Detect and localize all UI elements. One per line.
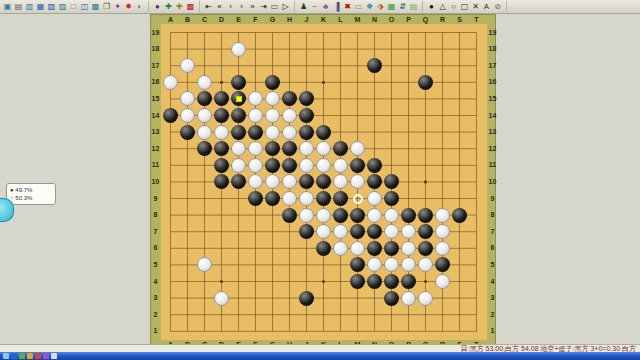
coordinate-label: S bbox=[454, 16, 466, 24]
status-bar: 目:黑方 53.00,白方 54.08 地空+提子:黑方 3+0=0.30 白方 bbox=[0, 344, 640, 352]
toolbar-icon[interactable]: ▩ bbox=[185, 1, 196, 12]
white-stone-F11 bbox=[248, 158, 263, 173]
assistant-bubble-icon[interactable] bbox=[0, 198, 14, 222]
toolbar-icon[interactable]: ✚ bbox=[163, 1, 174, 12]
toolbar-icon[interactable]: ⇥ bbox=[258, 1, 269, 12]
coordinate-label: 19 bbox=[488, 29, 497, 37]
black-stone-E16 bbox=[231, 75, 246, 90]
white-stone-L11 bbox=[333, 158, 348, 173]
white-stone-C13 bbox=[197, 125, 212, 140]
white-stone-O8 bbox=[384, 208, 399, 223]
toolbar-icon[interactable]: ▦ bbox=[386, 1, 397, 12]
coordinate-label: 1 bbox=[151, 327, 160, 335]
coordinate-label: 4 bbox=[488, 278, 497, 286]
coordinate-label: H bbox=[284, 16, 296, 24]
black-stone-Q8 bbox=[418, 208, 433, 223]
black-stone-G9 bbox=[265, 191, 280, 206]
coordinate-label: 1 bbox=[488, 327, 497, 335]
black-stone-F9 bbox=[248, 191, 263, 206]
black-stone-O6 bbox=[384, 241, 399, 256]
board-panel: AABBCCDDEEFFGGHHJJKKLLMMNNOOPPQQRRSSTT19… bbox=[150, 14, 496, 348]
toolbar-icon[interactable]: ❐ bbox=[101, 1, 112, 12]
coordinate-label: N bbox=[369, 16, 381, 24]
black-stone-L8 bbox=[333, 208, 348, 223]
taskbar-icon[interactable] bbox=[51, 353, 57, 359]
toolbar-icon[interactable]: − bbox=[309, 1, 320, 12]
coordinate-label: D bbox=[216, 16, 228, 24]
coordinate-label: 5 bbox=[151, 261, 160, 269]
black-stone-O9 bbox=[384, 191, 399, 206]
coordinate-label: 10 bbox=[488, 178, 497, 186]
toolbar-icon[interactable]: ▧ bbox=[46, 1, 57, 12]
coordinate-label: 18 bbox=[151, 45, 160, 53]
black-stone-Q6 bbox=[418, 241, 433, 256]
taskbar-icon[interactable] bbox=[35, 353, 41, 359]
taskbar-icon[interactable] bbox=[27, 353, 33, 359]
taskbar-icon[interactable] bbox=[19, 353, 25, 359]
toolbar-icon[interactable]: ▣ bbox=[2, 1, 13, 12]
coordinate-label: R bbox=[437, 16, 449, 24]
toolbar-icon[interactable]: ● bbox=[152, 1, 163, 12]
black-stone-E14 bbox=[231, 108, 246, 123]
toolbar-icon[interactable]: △ bbox=[437, 1, 448, 12]
toolbar-icon[interactable]: » bbox=[247, 1, 258, 12]
taskbar-icon[interactable] bbox=[11, 353, 17, 359]
coordinate-label: 6 bbox=[151, 244, 160, 252]
ghost-move-indicator bbox=[353, 194, 363, 204]
black-stone-H8 bbox=[282, 208, 297, 223]
black-stone-O4 bbox=[384, 274, 399, 289]
black-stone-J14 bbox=[299, 108, 314, 123]
toolbar-icon[interactable]: ▦ bbox=[35, 1, 46, 12]
coordinate-label: G bbox=[267, 16, 279, 24]
coordinate-label: 2 bbox=[488, 311, 497, 319]
coordinate-label: 14 bbox=[151, 112, 160, 120]
toolbar-icon[interactable]: ◫ bbox=[79, 1, 90, 12]
white-stone-H14 bbox=[282, 108, 297, 123]
toolbar-icon[interactable]: ✖ bbox=[342, 1, 353, 12]
coordinate-label: L bbox=[335, 16, 347, 24]
taskbar-icon[interactable] bbox=[43, 353, 49, 359]
coordinate-label: 14 bbox=[488, 112, 497, 120]
black-stone-E13 bbox=[231, 125, 246, 140]
black-stone-L9 bbox=[333, 191, 348, 206]
white-stone-H9 bbox=[282, 191, 297, 206]
black-stone-G11 bbox=[265, 158, 280, 173]
coordinate-label: 17 bbox=[488, 62, 497, 70]
toolbar-icon[interactable]: › bbox=[236, 1, 247, 12]
black-stone-J13 bbox=[299, 125, 314, 140]
toolbar-icon[interactable]: ✸ bbox=[123, 1, 134, 12]
toolbar-icon[interactable]: ▥ bbox=[24, 1, 35, 12]
black-stone-G16 bbox=[265, 75, 280, 90]
coordinate-label: 11 bbox=[151, 161, 160, 169]
coordinate-label: 6 bbox=[488, 244, 497, 252]
coordinate-label: 13 bbox=[151, 128, 160, 136]
white-stone-E11 bbox=[231, 158, 246, 173]
coordinate-label: B bbox=[182, 16, 194, 24]
toolbar-icon[interactable]: ▨ bbox=[57, 1, 68, 12]
coordinate-label: 8 bbox=[488, 211, 497, 219]
coordinate-label: T bbox=[471, 16, 483, 24]
toolbar-group: ●△○▢✕A⊘ bbox=[426, 1, 507, 12]
white-stone-R4 bbox=[435, 274, 450, 289]
coordinate-label: 16 bbox=[488, 78, 497, 86]
toolbar-group: ♟−♣▐✖▭❖⬗▦⇵▤ bbox=[298, 1, 423, 12]
black-stone-N6 bbox=[367, 241, 382, 256]
black-stone-S8 bbox=[452, 208, 467, 223]
white-stone-A16 bbox=[163, 75, 178, 90]
white-stone-N8 bbox=[367, 208, 382, 223]
white-stone-B14 bbox=[180, 108, 195, 123]
toolbar-icon[interactable]: ◗ bbox=[134, 1, 145, 12]
toolbar-icon[interactable]: ▤ bbox=[408, 1, 419, 12]
toolbar-group: ▣▤▥▦▧▨□◫▩❐✦✸◗ bbox=[2, 1, 149, 12]
toolbar-icon[interactable]: ▷ bbox=[280, 1, 291, 12]
coordinate-label: 15 bbox=[151, 95, 160, 103]
toolbar-icon[interactable]: ▭ bbox=[269, 1, 280, 12]
toolbar-icon[interactable]: ▢ bbox=[459, 1, 470, 12]
taskbar bbox=[0, 352, 640, 360]
coordinate-label: 15 bbox=[488, 95, 497, 103]
black-stone-N4 bbox=[367, 274, 382, 289]
white-stone-R6 bbox=[435, 241, 450, 256]
toolbar-icon[interactable]: ✕ bbox=[470, 1, 481, 12]
coordinate-label: 2 bbox=[151, 311, 160, 319]
coordinate-label: 9 bbox=[151, 195, 160, 203]
black-stone-H11 bbox=[282, 158, 297, 173]
white-stone-E18 bbox=[231, 42, 246, 57]
white-stone-G14 bbox=[265, 108, 280, 123]
coordinate-label: 12 bbox=[151, 145, 160, 153]
white-stone-D3 bbox=[214, 291, 229, 306]
coordinate-label: Q bbox=[420, 16, 432, 24]
white-stone-J8 bbox=[299, 208, 314, 223]
black-stone-P4 bbox=[401, 274, 416, 289]
white-stone-J9 bbox=[299, 191, 314, 206]
coordinate-label: C bbox=[199, 16, 211, 24]
toolbar-icon[interactable]: ⇤ bbox=[203, 1, 214, 12]
territory-status-text: 目:黑方 53.00,白方 54.08 地空+提子:黑方 3+0=0.30 白方 bbox=[461, 345, 636, 352]
toolbar-group: ●✚✚▩ bbox=[152, 1, 200, 12]
coordinate-label: K bbox=[318, 16, 330, 24]
coordinate-label: 7 bbox=[488, 228, 497, 236]
coordinate-label: 8 bbox=[151, 211, 160, 219]
coordinate-label: 3 bbox=[151, 294, 160, 302]
taskbar-icon[interactable] bbox=[3, 353, 9, 359]
black-stone-N11 bbox=[367, 158, 382, 173]
last-move-marker bbox=[236, 96, 242, 102]
white-stone-C14 bbox=[197, 108, 212, 123]
toolbar-icon[interactable]: ○ bbox=[448, 1, 459, 12]
white-stone-L6 bbox=[333, 241, 348, 256]
coordinate-label: A bbox=[165, 16, 177, 24]
toolbar-icon[interactable]: « bbox=[214, 1, 225, 12]
toolbar-icon[interactable]: ⇵ bbox=[397, 1, 408, 12]
black-stone-K9 bbox=[316, 191, 331, 206]
black-stone-J3 bbox=[299, 291, 314, 306]
black-stone-P8 bbox=[401, 208, 416, 223]
black-stone-K13 bbox=[316, 125, 331, 140]
coordinate-label: 12 bbox=[488, 145, 497, 153]
coordinate-label: 17 bbox=[151, 62, 160, 70]
winrate-popup: ● 49.7% ○ 50.3% bbox=[6, 183, 56, 205]
winrate-black: ● 49.7% bbox=[10, 186, 52, 194]
top-toolbar: ▣▤▥▦▧▨□◫▩❐✦✸◗●✚✚▩⇤«‹›»⇥▭▷♟−♣▐✖▭❖⬗▦⇵▤●△○▢… bbox=[0, 0, 640, 14]
white-stone-J11 bbox=[299, 158, 314, 173]
coordinate-label: E bbox=[233, 16, 245, 24]
white-stone-P3 bbox=[401, 291, 416, 306]
black-stone-F13 bbox=[248, 125, 263, 140]
coordinate-label: 11 bbox=[488, 161, 497, 169]
coordinate-label: 3 bbox=[488, 294, 497, 302]
coordinate-label: J bbox=[301, 16, 313, 24]
coordinate-label: F bbox=[250, 16, 262, 24]
toolbar-group: ⇤«‹›»⇥▭▷ bbox=[203, 1, 295, 12]
black-stone-D11 bbox=[214, 158, 229, 173]
black-stone-B13 bbox=[180, 125, 195, 140]
coordinate-label: 9 bbox=[488, 195, 497, 203]
toolbar-icon[interactable]: ‹ bbox=[225, 1, 236, 12]
toolbar-icon[interactable]: ▤ bbox=[13, 1, 24, 12]
toolbar-icon[interactable]: ▐ bbox=[331, 1, 342, 12]
white-stone-G13 bbox=[265, 125, 280, 140]
coordinate-label: P bbox=[403, 16, 415, 24]
white-stone-H13 bbox=[282, 125, 297, 140]
coordinate-label: O bbox=[386, 16, 398, 24]
coordinate-label: 19 bbox=[151, 29, 160, 37]
white-stone-Q3 bbox=[418, 291, 433, 306]
coordinate-label: 7 bbox=[151, 228, 160, 236]
white-stone-R8 bbox=[435, 208, 450, 223]
black-stone-K6 bbox=[316, 241, 331, 256]
toolbar-icon[interactable]: ● bbox=[426, 1, 437, 12]
coordinate-label: 10 bbox=[151, 178, 160, 186]
coordinate-label: 4 bbox=[151, 278, 160, 286]
toolbar-icon[interactable]: □ bbox=[68, 1, 79, 12]
winrate-white: ○ 50.3% bbox=[10, 194, 52, 202]
black-stone-M4 bbox=[350, 274, 365, 289]
black-stone-M11 bbox=[350, 158, 365, 173]
black-stone-A14 bbox=[163, 108, 178, 123]
toolbar-icon[interactable]: ✦ bbox=[112, 1, 123, 12]
white-stone-F14 bbox=[248, 108, 263, 123]
black-stone-Q16 bbox=[418, 75, 433, 90]
white-stone-K11 bbox=[316, 158, 331, 173]
toolbar-icon[interactable]: ♟ bbox=[298, 1, 309, 12]
white-stone-C16 bbox=[197, 75, 212, 90]
app-window: ▣▤▥▦▧▨□◫▩❐✦✸◗●✚✚▩⇤«‹›»⇥▭▷♟−♣▐✖▭❖⬗▦⇵▤●△○▢… bbox=[0, 0, 640, 360]
coordinate-label: M bbox=[352, 16, 364, 24]
toolbar-icon[interactable]: ▭ bbox=[353, 1, 364, 12]
toolbar-icon[interactable]: ✚ bbox=[174, 1, 185, 12]
coordinate-label: 5 bbox=[488, 261, 497, 269]
toolbar-icon[interactable]: ▩ bbox=[90, 1, 101, 12]
black-stone-O3 bbox=[384, 291, 399, 306]
white-stone-D13 bbox=[214, 125, 229, 140]
coordinate-label: 18 bbox=[488, 45, 497, 53]
white-stone-P6 bbox=[401, 241, 416, 256]
black-stone-M8 bbox=[350, 208, 365, 223]
toolbar-icon[interactable]: ♣ bbox=[320, 1, 331, 12]
coordinate-label: 16 bbox=[151, 78, 160, 86]
white-stone-K8 bbox=[316, 208, 331, 223]
toolbar-icon[interactable]: ❖ bbox=[364, 1, 375, 12]
toolbar-icon[interactable]: A bbox=[481, 1, 492, 12]
black-stone-D14 bbox=[214, 108, 229, 123]
white-stone-M6 bbox=[350, 241, 365, 256]
toolbar-icon[interactable]: ⬗ bbox=[375, 1, 386, 12]
toolbar-icon[interactable]: ⊘ bbox=[492, 1, 503, 12]
coordinate-label: 13 bbox=[488, 128, 497, 136]
white-stone-N9 bbox=[367, 191, 382, 206]
goban[interactable] bbox=[161, 24, 487, 340]
